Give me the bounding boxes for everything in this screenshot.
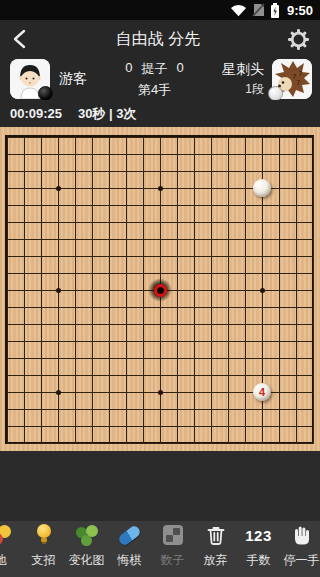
hoshi-point	[260, 288, 265, 293]
captures-row: 0 提子 0	[125, 60, 183, 78]
undo-pill-icon	[117, 524, 142, 547]
toolbar-label: 地	[0, 552, 7, 569]
wifi-icon	[230, 3, 247, 17]
board-grid[interactable]: 4	[0, 129, 320, 452]
toolbar-label: 手数	[247, 552, 271, 569]
back-button[interactable]	[0, 20, 40, 58]
captures-label: 提子	[142, 60, 168, 78]
app-screen: 9:50 自由战 分先	[0, 0, 320, 577]
svg-text:7: 7	[296, 79, 300, 87]
svg-text:7: 7	[298, 70, 302, 78]
header: 自由战 分先	[0, 20, 320, 58]
battery-charging-icon	[270, 3, 280, 18]
go-board[interactable]: 4	[0, 127, 320, 451]
toolbar-label: 变化图	[69, 552, 105, 569]
hand-icon	[291, 524, 313, 547]
trash-icon	[205, 524, 227, 546]
hoshi-point	[56, 288, 61, 293]
white-player-avatar[interactable]: 7 7 7	[272, 59, 312, 99]
count-board-icon	[163, 525, 183, 545]
move-number-label: 4	[259, 387, 265, 398]
no-sim-icon	[252, 3, 265, 17]
byoyomi-time: 30秒 | 3次	[78, 105, 137, 123]
black-captures-value: 0	[125, 60, 132, 78]
hoshi-point	[56, 390, 61, 395]
black-stone-badge	[38, 86, 53, 101]
status-bar: 9:50	[0, 0, 320, 20]
main-time: 00:09:25	[10, 106, 62, 121]
toolbar-item-count[interactable]: 数子	[151, 521, 194, 577]
white-captures-value: 0	[177, 60, 184, 78]
toolbar-item-variation[interactable]: 变化图	[65, 521, 108, 577]
move-counter: 第4手	[138, 81, 171, 99]
white-stone: 4	[253, 383, 271, 401]
variation-circles-icon	[76, 525, 98, 546]
players-bar: 游客 0 提子 0 第4手 星刺头 1段 7 7 7	[0, 58, 320, 100]
toolbar-label: 数子	[161, 552, 185, 569]
toolbar-item-undo[interactable]: 悔棋	[108, 521, 151, 577]
white-player-block: 星刺头 1段	[222, 61, 264, 98]
bottom-toolbar: 地 支招 变化图 悔棋 数子	[0, 521, 320, 577]
toolbar-label: 悔棋	[118, 552, 142, 569]
toolbar-item-move-numbers[interactable]: 123 手数	[237, 521, 280, 577]
toolbar-item-resign[interactable]: 放弃	[194, 521, 237, 577]
black-player-name: 游客	[59, 70, 87, 88]
white-player-name: 星刺头	[222, 61, 264, 79]
white-stone-badge	[268, 86, 283, 101]
hoshi-point	[56, 186, 61, 191]
gear-icon	[288, 29, 309, 50]
toolbar-item-hint[interactable]: 支招	[22, 521, 65, 577]
numbers-123-icon: 123	[245, 527, 272, 544]
back-chevron-icon	[12, 29, 28, 49]
toolbar-label: 支招	[32, 552, 56, 569]
page-title: 自由战 分先	[40, 29, 276, 50]
territory-circles-icon	[0, 525, 11, 545]
lightbulb-icon	[36, 524, 52, 546]
white-stone	[253, 179, 271, 197]
clock-row: 00:09:25 30秒 | 3次	[0, 100, 320, 127]
status-time: 9:50	[287, 3, 313, 18]
settings-button[interactable]	[276, 20, 320, 58]
white-player-rank: 1段	[245, 81, 264, 98]
hoshi-point	[158, 186, 163, 191]
black-player-avatar[interactable]	[10, 59, 50, 99]
toolbar-label: 放弃	[204, 552, 228, 569]
hoshi-point	[158, 390, 163, 395]
toolbar-item-pass[interactable]: 停一手	[280, 521, 320, 577]
toolbar-item-territory[interactable]: 地	[0, 521, 22, 577]
placement-cursor	[148, 278, 172, 302]
toolbar-label: 停一手	[284, 552, 320, 569]
game-status-center: 0 提子 0 第4手	[87, 60, 222, 99]
